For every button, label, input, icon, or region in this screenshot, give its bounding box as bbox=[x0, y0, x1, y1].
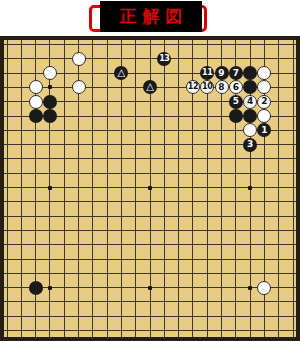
move-number: 9 bbox=[218, 69, 224, 78]
stone-white bbox=[72, 80, 86, 94]
stone-white-4: 4 bbox=[243, 95, 257, 109]
grid-line-horizontal bbox=[4, 330, 296, 331]
grid-line-horizontal bbox=[4, 259, 296, 260]
move-number: 2 bbox=[261, 97, 267, 106]
stone-white-12: 12 bbox=[186, 80, 200, 94]
go-board: △△12345678910111213 bbox=[0, 36, 300, 341]
star-point bbox=[148, 186, 152, 190]
move-number: 6 bbox=[233, 83, 239, 92]
grid-line-horizontal bbox=[4, 244, 296, 245]
stone-black bbox=[29, 109, 43, 123]
stone-black-5: 5 bbox=[229, 95, 243, 109]
stone-black-3: 3 bbox=[243, 138, 257, 152]
grid-line-vertical bbox=[107, 40, 108, 337]
board-grid: △△12345678910111213 bbox=[4, 40, 296, 337]
move-number: 5 bbox=[233, 97, 239, 106]
stone-black-triangle: △ bbox=[114, 66, 128, 80]
grid-line-horizontal bbox=[4, 201, 296, 202]
move-number: 1 bbox=[261, 126, 267, 135]
stone-white bbox=[72, 52, 86, 66]
move-number: 3 bbox=[247, 140, 253, 149]
stone-black-1: 1 bbox=[257, 123, 271, 137]
grid-line-horizontal bbox=[4, 273, 296, 274]
stone-black-11: 11 bbox=[200, 66, 214, 80]
stone-black-13: 13 bbox=[157, 52, 171, 66]
star-point bbox=[48, 286, 52, 290]
stone-white bbox=[257, 66, 271, 80]
star-point bbox=[48, 85, 52, 89]
stone-black bbox=[243, 109, 257, 123]
stone-white bbox=[29, 95, 43, 109]
move-number: 4 bbox=[247, 97, 253, 106]
star-point bbox=[48, 186, 52, 190]
grid-line-vertical bbox=[92, 40, 93, 337]
grid-line-vertical bbox=[135, 40, 136, 337]
triangle-mark-icon: △ bbox=[118, 68, 126, 78]
stone-white bbox=[257, 109, 271, 123]
title-plate: 正解図 bbox=[100, 1, 202, 32]
stone-white bbox=[257, 281, 271, 295]
stone-white bbox=[29, 80, 43, 94]
stone-white bbox=[257, 80, 271, 94]
grid-line-horizontal bbox=[4, 316, 296, 317]
stone-black bbox=[43, 95, 57, 109]
grid-line-vertical bbox=[64, 40, 65, 337]
stone-black bbox=[243, 66, 257, 80]
grid-line-vertical bbox=[278, 40, 279, 337]
move-number: 10 bbox=[202, 83, 212, 91]
diagram-title: 正解図 bbox=[0, 0, 300, 36]
stone-black bbox=[43, 109, 57, 123]
stone-black bbox=[229, 109, 243, 123]
grid-line-vertical bbox=[178, 40, 179, 337]
grid-line-vertical bbox=[164, 40, 165, 337]
star-point bbox=[248, 286, 252, 290]
stone-white-2: 2 bbox=[257, 95, 271, 109]
move-number: 13 bbox=[159, 55, 169, 63]
grid-line-vertical bbox=[7, 40, 8, 337]
move-number: 11 bbox=[202, 69, 212, 77]
grid-line-horizontal bbox=[4, 301, 296, 302]
grid-line-horizontal bbox=[4, 230, 296, 231]
stone-white-8: 8 bbox=[215, 80, 229, 94]
grid-line-vertical bbox=[293, 40, 294, 337]
title-text: 正解図 bbox=[114, 5, 189, 28]
grid-line-vertical bbox=[21, 40, 22, 337]
triangle-mark-icon: △ bbox=[146, 82, 154, 92]
diagram-page: 正解図 △△12345678910111213 bbox=[0, 0, 300, 341]
grid-line-vertical bbox=[121, 40, 122, 337]
star-point bbox=[248, 186, 252, 190]
grid-line-horizontal bbox=[4, 216, 296, 217]
stone-black bbox=[29, 281, 43, 295]
move-number: 12 bbox=[188, 83, 198, 91]
stone-black-9: 9 bbox=[215, 66, 229, 80]
stone-white-10: 10 bbox=[200, 80, 214, 94]
stone-white-6: 6 bbox=[229, 80, 243, 94]
stone-white bbox=[43, 66, 57, 80]
move-number: 7 bbox=[233, 69, 239, 78]
star-point bbox=[148, 286, 152, 290]
stone-black-7: 7 bbox=[229, 66, 243, 80]
stone-black-triangle: △ bbox=[143, 80, 157, 94]
move-number: 8 bbox=[218, 83, 224, 92]
stone-black bbox=[243, 80, 257, 94]
stone-white bbox=[243, 123, 257, 137]
